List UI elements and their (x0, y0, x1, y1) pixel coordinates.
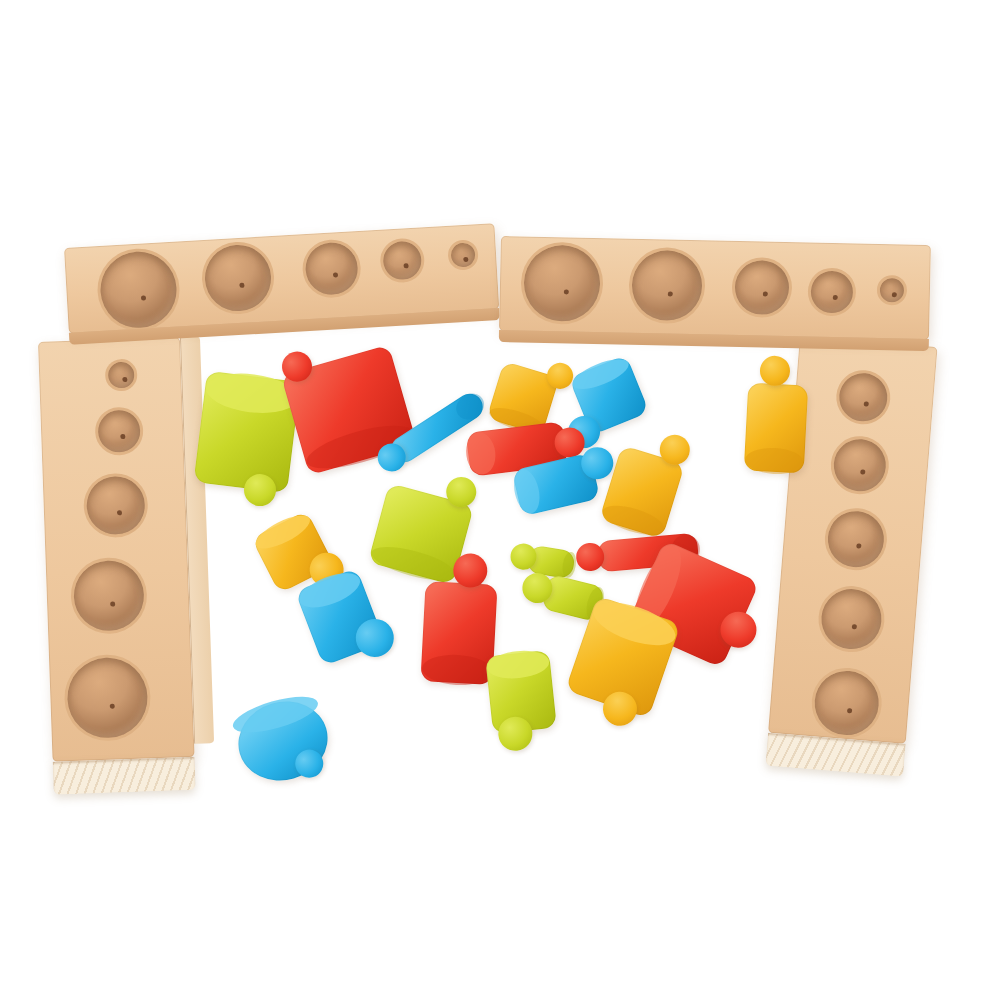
cylinder-green-small-bottom (485, 650, 557, 734)
cylinder-red-tall-knob (452, 553, 488, 589)
cylinder-socket-hole (520, 241, 604, 325)
disc-blue (229, 691, 337, 791)
drill-mark (140, 295, 145, 300)
drill-mark (892, 292, 897, 297)
wood-end-grain-face (53, 757, 196, 795)
cylinder-socket-hole (829, 434, 891, 496)
drill-mark (763, 292, 768, 297)
wood-block-top-left (64, 223, 499, 334)
drill-mark (110, 601, 115, 606)
drill-mark (563, 289, 568, 294)
cylinder-socket-hole (105, 359, 138, 392)
cylinder-socket-hole (877, 275, 908, 306)
drill-mark (856, 544, 861, 549)
cylinder-socket-hole (95, 246, 182, 333)
drill-mark (864, 401, 869, 406)
wood-block-top-right (499, 236, 931, 340)
cylinder-socket-hole (628, 247, 706, 325)
cylinder-socket-hole (94, 406, 144, 456)
cylinder-blue-top (569, 355, 650, 436)
drill-mark (833, 295, 838, 300)
cylinder-socket-hole (823, 506, 890, 573)
cylinder-socket-hole (447, 239, 479, 271)
drill-mark (852, 624, 857, 629)
cylinder-blue-squat (295, 568, 385, 666)
cylinder-socket-hole (809, 665, 884, 740)
drill-mark (333, 272, 338, 277)
wood-side-face (499, 330, 929, 351)
drill-mark (109, 704, 114, 709)
drill-mark (240, 283, 245, 288)
wood-block-left (38, 337, 195, 762)
cylinder-socket-hole (834, 368, 892, 426)
cylinder-socket-hole (807, 267, 856, 316)
cylinder-socket-hole (816, 583, 887, 654)
cylinder-yellow-right-body (744, 382, 809, 473)
cylinder-yellow-right-knob (759, 355, 791, 387)
cylinder-socket-hole (731, 257, 792, 318)
toy-photo-scene (0, 0, 1001, 1001)
drill-mark (117, 510, 122, 515)
cylinder-yellow-right (744, 382, 809, 473)
cylinder-socket-hole (301, 238, 362, 299)
cylinder-socket-hole (70, 556, 149, 635)
cylinder-socket-hole (200, 240, 276, 316)
drill-mark (668, 291, 673, 296)
cylinder-socket-hole (63, 653, 152, 742)
drill-mark (120, 434, 125, 439)
disc-blue-body (229, 691, 337, 791)
cylinder-socket-hole (83, 472, 149, 538)
drill-mark (403, 263, 408, 268)
drill-mark (464, 257, 469, 262)
drill-mark (860, 469, 865, 474)
wood-end-grain-face (765, 733, 905, 777)
cylinder-socket-hole (379, 237, 425, 283)
drill-mark (122, 377, 127, 382)
drill-mark (847, 708, 852, 713)
